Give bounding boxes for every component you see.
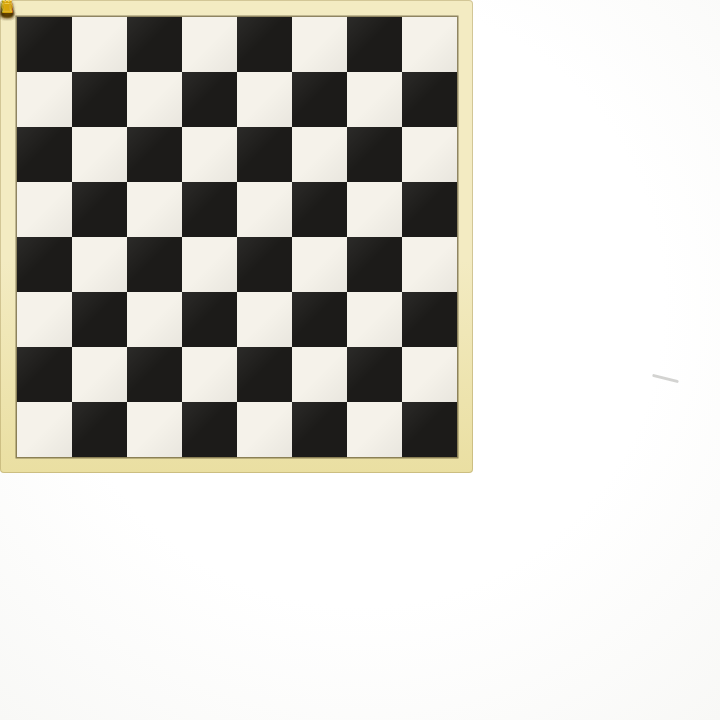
piece-yellow-rook-h1: ♜ [0,0,14,16]
chess-set-photo: ♜♞♝♛♚♞♝♜♟♟♟♟♟♟♟♟♟♟♟♟♟♟♟♟♜♞♝♛♚♝♞♜ [0,0,720,720]
pieces-layer: ♜♞♝♛♚♞♝♜♟♟♟♟♟♟♟♟♟♟♟♟♟♟♟♟♜♞♝♛♚♝♞♜ [0,0,720,720]
